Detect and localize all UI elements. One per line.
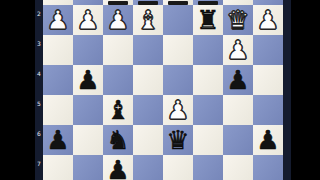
square-h2[interactable]: ♟ (43, 5, 73, 35)
square-g6[interactable] (73, 125, 103, 155)
square-f4[interactable] (103, 65, 133, 95)
black-pawn: ♟ (73, 65, 103, 95)
square-b5[interactable] (223, 95, 253, 125)
board-rank-7: ♟ (43, 155, 283, 180)
square-a4[interactable] (253, 65, 283, 95)
black-pawn: ♟ (103, 155, 133, 180)
square-g5[interactable] (73, 95, 103, 125)
square-d6[interactable]: ♛ (163, 125, 193, 155)
square-c7[interactable] (193, 155, 223, 180)
board-rank-6: ♟♞♛♟ (43, 125, 283, 155)
rank-label-3: 3 (35, 39, 43, 49)
white-queen: ♛ (223, 5, 253, 35)
square-g4[interactable]: ♟ (73, 65, 103, 95)
square-d2[interactable] (163, 5, 193, 35)
square-c2[interactable]: ♜ (193, 5, 223, 35)
chess-board: ♟♟♟♝♜♛♟♟♟♟♝♟♟♞♛♟♟ (43, 0, 283, 180)
square-d7[interactable] (163, 155, 193, 180)
black-bishop: ♝ (103, 95, 133, 125)
square-a3[interactable] (253, 35, 283, 65)
white-pawn: ♟ (103, 5, 133, 35)
square-f6[interactable]: ♞ (103, 125, 133, 155)
white-pawn: ♟ (163, 95, 193, 125)
white-bishop: ♝ (133, 5, 163, 35)
square-d3[interactable] (163, 35, 193, 65)
square-c4[interactable] (193, 65, 223, 95)
square-c5[interactable] (193, 95, 223, 125)
rank-label-2: 2 (35, 9, 43, 19)
square-a7[interactable] (253, 155, 283, 180)
square-d4[interactable] (163, 65, 193, 95)
square-e3[interactable] (133, 35, 163, 65)
square-c6[interactable] (193, 125, 223, 155)
square-h3[interactable] (43, 35, 73, 65)
board-rank-4: ♟♟ (43, 65, 283, 95)
rank-label-4: 4 (35, 69, 43, 79)
black-rook: ♜ (193, 5, 223, 35)
square-a2[interactable]: ♟ (253, 5, 283, 35)
square-h5[interactable] (43, 95, 73, 125)
square-f3[interactable] (103, 35, 133, 65)
square-b3[interactable]: ♟ (223, 35, 253, 65)
black-pawn: ♟ (253, 125, 283, 155)
square-d5[interactable]: ♟ (163, 95, 193, 125)
square-b6[interactable] (223, 125, 253, 155)
square-h7[interactable] (43, 155, 73, 180)
square-f5[interactable]: ♝ (103, 95, 133, 125)
black-queen: ♛ (163, 125, 193, 155)
board-rank-2: ♟♟♟♝♜♛♟ (43, 5, 283, 35)
black-knight: ♞ (103, 125, 133, 155)
square-e4[interactable] (133, 65, 163, 95)
board-rank-5: ♝♟ (43, 95, 283, 125)
square-b7[interactable] (223, 155, 253, 180)
square-g3[interactable] (73, 35, 103, 65)
square-b4[interactable]: ♟ (223, 65, 253, 95)
square-e5[interactable] (133, 95, 163, 125)
black-pawn: ♟ (223, 65, 253, 95)
square-f2[interactable]: ♟ (103, 5, 133, 35)
white-pawn: ♟ (223, 35, 253, 65)
square-f7[interactable]: ♟ (103, 155, 133, 180)
white-pawn: ♟ (73, 5, 103, 35)
rank-label-5: 5 (35, 99, 43, 109)
square-h4[interactable] (43, 65, 73, 95)
white-pawn: ♟ (43, 5, 73, 35)
left-coordinate-strip: 234567 (35, 0, 43, 180)
rank-label-6: 6 (35, 129, 43, 139)
square-g7[interactable] (73, 155, 103, 180)
square-e7[interactable] (133, 155, 163, 180)
square-c3[interactable] (193, 35, 223, 65)
square-g2[interactable]: ♟ (73, 5, 103, 35)
square-b2[interactable]: ♛ (223, 5, 253, 35)
rank-label-7: 7 (35, 159, 43, 169)
board-rank-3: ♟ (43, 35, 283, 65)
square-h6[interactable]: ♟ (43, 125, 73, 155)
white-pawn: ♟ (253, 5, 283, 35)
square-a6[interactable]: ♟ (253, 125, 283, 155)
square-e2[interactable]: ♝ (133, 5, 163, 35)
square-e6[interactable] (133, 125, 163, 155)
black-pawn: ♟ (43, 125, 73, 155)
square-a5[interactable] (253, 95, 283, 125)
right-board-edge-strip (283, 0, 291, 180)
